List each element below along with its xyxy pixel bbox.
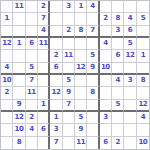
cell-r8c5-given[interactable]: 12 [50,87,62,99]
cell-r12c8[interactable] [87,137,99,149]
cell-r10c1[interactable] [1,112,13,124]
cell-r7c12-given[interactable]: 8 [137,75,149,87]
cell-r10c7-given[interactable]: 5 [75,112,87,124]
cell-r5c4[interactable] [38,50,50,62]
cell-r12c1[interactable] [1,137,13,149]
cell-r2c4-given[interactable]: 7 [38,13,50,25]
cell-r9c12-given[interactable]: 12 [137,100,149,112]
cell-r12c10-given[interactable]: 2 [112,137,124,149]
cell-r5c1[interactable] [1,50,13,62]
cell-r6c12[interactable] [137,63,149,75]
cell-r7c3-given[interactable]: 7 [26,75,38,87]
cell-r7c2[interactable] [13,75,25,87]
cell-r10c12-given[interactable]: 4 [137,112,149,124]
cell-r12c5-given[interactable]: 7 [50,137,62,149]
cell-r12c12-given[interactable]: 10 [137,137,149,149]
cell-r1c11[interactable] [124,1,136,13]
cell-r5c6-given[interactable]: 11 [63,50,75,62]
cell-r9c7[interactable] [75,100,87,112]
cell-r2c11-given[interactable]: 4 [124,13,136,25]
cell-r1c5[interactable] [50,1,62,13]
cell-r1c6-given[interactable]: 3 [63,1,75,13]
cell-r4c1-given[interactable]: 12 [1,38,13,50]
cell-r9c5[interactable] [50,100,62,112]
cell-r11c2-given[interactable]: 10 [13,124,25,136]
cell-r2c3[interactable] [26,13,38,25]
cell-r1c3[interactable] [26,1,38,13]
cell-r8c8-given[interactable]: 8 [87,87,99,99]
cell-r2c6[interactable] [63,13,75,25]
cell-r6c8-given[interactable]: 9 [87,63,99,75]
cell-r8c4[interactable] [38,87,50,99]
cell-r2c5[interactable] [50,13,62,25]
cell-r3c9[interactable] [100,26,112,38]
cell-r4c7[interactable] [75,38,87,50]
cell-r4c6[interactable] [63,38,75,50]
cell-r8c9[interactable] [100,87,112,99]
cell-r12c7-given[interactable]: 11 [75,137,87,149]
cell-r7c1-given[interactable]: 10 [1,75,13,87]
cell-r9c3[interactable] [26,100,38,112]
cell-r1c2-given[interactable]: 11 [13,1,25,13]
cell-r1c9[interactable] [100,1,112,13]
cell-r12c3[interactable] [26,137,38,149]
cell-r4c9-given[interactable]: 4 [100,38,112,50]
cell-r7c8[interactable] [87,75,99,87]
cell-r12c2-given[interactable]: 8 [13,137,25,149]
cell-r6c9-given[interactable]: 10 [100,63,112,75]
cell-r8c1-given[interactable]: 2 [1,87,13,99]
cell-r10c2-given[interactable]: 12 [13,112,25,124]
cell-r11c1[interactable] [1,124,13,136]
cell-r11c11[interactable] [124,124,136,136]
cell-r9c8[interactable] [87,100,99,112]
cell-r3c1[interactable] [1,26,13,38]
cell-r7c9[interactable] [100,75,112,87]
cell-r10c9-given[interactable]: 3 [100,112,112,124]
cell-r3c12[interactable] [137,26,149,38]
cell-r1c10[interactable] [112,1,124,13]
cell-r2c9-given[interactable]: 2 [100,13,112,25]
cell-r3c8-given[interactable]: 7 [87,26,99,38]
cell-r7c4[interactable] [38,75,50,87]
cell-r8c6-given[interactable]: 9 [63,87,75,99]
cell-r1c12[interactable] [137,1,149,13]
cell-r6c10[interactable] [112,63,124,75]
cell-r8c2[interactable] [13,87,25,99]
cell-r2c10-given[interactable]: 8 [112,13,124,25]
cell-r5c5-given[interactable]: 2 [50,50,62,62]
cell-r10c8[interactable] [87,112,99,124]
cell-r10c4[interactable] [38,112,50,124]
cell-r6c7-given[interactable]: 12 [75,63,87,75]
cell-r6c5-given[interactable]: 6 [50,63,62,75]
cell-r2c7[interactable] [75,13,87,25]
cell-r5c9[interactable] [100,50,112,62]
cell-r3c4-given[interactable]: 4 [38,26,50,38]
cell-r10c3-given[interactable]: 2 [26,112,38,124]
cell-r8c3-given[interactable]: 11 [26,87,38,99]
cell-r6c2[interactable] [13,63,25,75]
cell-r3c11-given[interactable]: 6 [124,26,136,38]
cell-r10c6[interactable] [63,112,75,124]
cell-r9c10-given[interactable]: 5 [112,100,124,112]
cell-r6c11[interactable] [124,63,136,75]
cell-r3c6-given[interactable]: 2 [63,26,75,38]
cell-r4c8[interactable] [87,38,99,50]
cell-r8c11[interactable] [124,87,136,99]
cell-r3c7-given[interactable]: 8 [75,26,87,38]
cell-r4c11-given[interactable]: 5 [124,38,136,50]
cell-r8c12[interactable] [137,87,149,99]
cell-r7c5[interactable] [50,75,62,87]
cell-r1c8-given[interactable]: 4 [87,1,99,13]
cell-r4c12[interactable] [137,38,149,50]
cell-r9c2-given[interactable]: 9 [13,100,25,112]
cell-r9c11[interactable] [124,100,136,112]
cell-r9c1[interactable] [1,100,13,112]
cell-r1c1[interactable] [1,1,13,13]
cell-r10c11[interactable] [124,112,136,124]
cell-r12c11[interactable] [124,137,136,149]
cell-r1c4-given[interactable]: 2 [38,1,50,13]
cell-r2c12-given[interactable]: 5 [137,13,149,25]
cell-r10c5-given[interactable]: 1 [50,112,62,124]
cell-r8c10[interactable] [112,87,124,99]
cell-r12c9-given[interactable]: 6 [100,137,112,149]
cell-r7c6-given[interactable]: 5 [63,75,75,87]
cell-r5c10-given[interactable]: 6 [112,50,124,62]
cell-r5c3[interactable] [26,50,38,62]
cell-r2c2[interactable] [13,13,25,25]
cell-r5c11-given[interactable]: 12 [124,50,136,62]
cell-r9c9[interactable] [100,100,112,112]
cell-r2c1-given[interactable]: 1 [1,13,13,25]
cell-r3c2[interactable] [13,26,25,38]
cell-r3c10-given[interactable]: 3 [112,26,124,38]
cell-r2c8[interactable] [87,13,99,25]
cell-r11c12[interactable] [137,124,149,136]
cell-r11c7-given[interactable]: 9 [75,124,87,136]
cell-r6c3-given[interactable]: 5 [26,63,38,75]
cell-r4c2-given[interactable]: 1 [13,38,25,50]
cell-r5c8-given[interactable]: 5 [87,50,99,62]
cell-r9c4-given[interactable]: 1 [38,100,50,112]
cell-r11c9[interactable] [100,124,112,136]
cell-r11c10[interactable] [112,124,124,136]
cell-r11c5-given[interactable]: 3 [50,124,62,136]
cell-r9c6-given[interactable]: 7 [63,100,75,112]
cell-r4c5[interactable] [50,38,62,50]
cell-r5c12-given[interactable]: 1 [137,50,149,62]
cell-r12c4[interactable] [38,137,50,149]
cell-r1c7-given[interactable]: 1 [75,1,87,13]
cell-r10c10[interactable] [112,112,124,124]
cell-r11c8[interactable] [87,124,99,136]
cell-r4c4-given[interactable]: 11 [38,38,50,50]
cell-r6c6[interactable] [63,63,75,75]
cell-r8c7[interactable] [75,87,87,99]
cell-r3c5[interactable] [50,26,62,38]
cell-r11c4-given[interactable]: 6 [38,124,50,136]
cell-r11c6[interactable] [63,124,75,136]
cell-r7c7[interactable] [75,75,87,87]
cell-r6c1-given[interactable]: 4 [1,63,13,75]
cell-r11c3-given[interactable]: 4 [26,124,38,136]
cell-r4c10[interactable] [112,38,124,50]
cell-r12c6[interactable] [63,137,75,149]
cell-r7c10-given[interactable]: 4 [112,75,124,87]
cell-r7c11-given[interactable]: 3 [124,75,136,87]
cell-r5c2[interactable] [13,50,25,62]
cell-r5c7[interactable] [75,50,87,62]
cell-r4c3-given[interactable]: 6 [26,38,38,50]
cell-r6c4[interactable] [38,63,50,75]
cell-r3c3[interactable] [26,26,38,38]
sudoku-board: 1123141728454287361216114521156121456129… [0,0,150,150]
